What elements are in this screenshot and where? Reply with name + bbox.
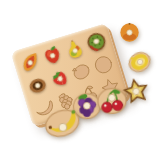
orange-graphic <box>117 20 142 45</box>
loose-pieces-layer <box>0 0 160 160</box>
lemon-graphic <box>125 47 154 76</box>
banana-graphic <box>42 101 83 142</box>
product-photo-scene <box>0 0 160 160</box>
piece-lemon[interactable] <box>125 47 154 76</box>
piece-cherries[interactable] <box>95 84 129 118</box>
cherries-graphic <box>95 84 129 118</box>
piece-orange[interactable] <box>117 20 142 45</box>
piece-banana[interactable] <box>42 101 83 142</box>
